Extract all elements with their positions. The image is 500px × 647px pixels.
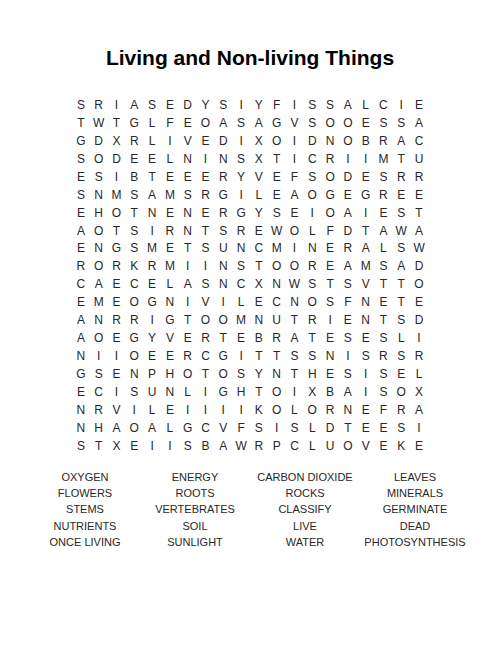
grid-cell[interactable]: S — [179, 437, 197, 455]
grid-cell[interactable]: W — [410, 240, 428, 258]
grid-cell[interactable]: E — [375, 437, 393, 455]
grid-cell[interactable]: T — [125, 204, 143, 222]
grid-cell[interactable]: C — [232, 275, 250, 293]
grid-cell[interactable]: N — [339, 401, 357, 419]
grid-cell[interactable]: R — [410, 168, 428, 186]
grid-cell[interactable]: L — [303, 437, 321, 455]
grid-cell[interactable]: N — [72, 401, 90, 419]
grid-cell[interactable]: N — [321, 132, 339, 150]
grid-cell[interactable]: R — [321, 401, 339, 419]
grid-cell[interactable]: F — [321, 222, 339, 240]
grid-cell[interactable]: T — [339, 419, 357, 437]
grid-cell[interactable]: R — [392, 401, 410, 419]
grid-cell[interactable]: I — [179, 257, 197, 275]
grid-cell[interactable]: G — [161, 311, 179, 329]
grid-cell[interactable]: T — [143, 168, 161, 186]
grid-cell[interactable]: I — [179, 293, 197, 311]
grid-cell[interactable]: N — [125, 365, 143, 383]
grid-cell[interactable]: E — [179, 329, 197, 347]
grid-cell[interactable]: I — [286, 132, 304, 150]
grid-cell[interactable]: I — [286, 240, 304, 258]
grid-cell[interactable]: N — [357, 311, 375, 329]
grid-cell[interactable]: N — [214, 275, 232, 293]
grid-cell[interactable]: A — [143, 419, 161, 437]
grid-cell[interactable]: S — [375, 365, 393, 383]
grid-cell[interactable]: T — [108, 114, 126, 132]
grid-cell[interactable]: T — [72, 114, 90, 132]
grid-cell[interactable]: O — [197, 311, 215, 329]
grid-cell[interactable]: R — [90, 401, 108, 419]
grid-cell[interactable]: E — [143, 347, 161, 365]
grid-cell[interactable]: B — [197, 437, 215, 455]
grid-cell[interactable]: A — [250, 114, 268, 132]
grid-cell[interactable]: E — [357, 168, 375, 186]
grid-cell[interactable]: R — [375, 186, 393, 204]
grid-cell[interactable]: O — [268, 383, 286, 401]
grid-cell[interactable]: E — [143, 150, 161, 168]
grid-cell[interactable]: E — [375, 419, 393, 437]
grid-cell[interactable]: T — [250, 257, 268, 275]
grid-cell[interactable]: S — [375, 114, 393, 132]
grid-cell[interactable]: E — [321, 240, 339, 258]
grid-cell[interactable]: Y — [250, 204, 268, 222]
grid-cell[interactable]: C — [375, 96, 393, 114]
grid-cell[interactable]: I — [179, 401, 197, 419]
grid-cell[interactable]: D — [214, 132, 232, 150]
grid-cell[interactable]: C — [410, 132, 428, 150]
grid-cell[interactable]: M — [375, 150, 393, 168]
grid-cell[interactable]: Y — [197, 96, 215, 114]
grid-cell[interactable]: A — [90, 275, 108, 293]
grid-cell[interactable]: B — [321, 383, 339, 401]
grid-cell[interactable]: G — [179, 419, 197, 437]
grid-cell[interactable]: K — [392, 437, 410, 455]
grid-cell[interactable]: I — [108, 347, 126, 365]
grid-cell[interactable]: S — [125, 383, 143, 401]
grid-cell[interactable]: L — [161, 150, 179, 168]
grid-cell[interactable]: S — [375, 383, 393, 401]
grid-cell[interactable]: N — [179, 222, 197, 240]
grid-cell[interactable]: X — [410, 383, 428, 401]
grid-cell[interactable]: L — [303, 222, 321, 240]
grid-cell[interactable]: I — [197, 150, 215, 168]
grid-cell[interactable]: T — [392, 150, 410, 168]
grid-cell[interactable]: E — [108, 329, 126, 347]
grid-cell[interactable]: O — [125, 293, 143, 311]
grid-cell[interactable]: S — [339, 329, 357, 347]
grid-cell[interactable]: S — [339, 275, 357, 293]
grid-cell[interactable]: X — [250, 150, 268, 168]
grid-cell[interactable]: D — [410, 311, 428, 329]
grid-cell[interactable]: U — [214, 240, 232, 258]
grid-cell[interactable]: E — [268, 186, 286, 204]
grid-cell[interactable]: S — [72, 96, 90, 114]
grid-cell[interactable]: I — [232, 186, 250, 204]
grid-cell[interactable]: O — [339, 114, 357, 132]
grid-cell[interactable]: E — [410, 96, 428, 114]
grid-cell[interactable]: A — [108, 419, 126, 437]
grid-cell[interactable]: S — [375, 257, 393, 275]
grid-cell[interactable]: R — [339, 240, 357, 258]
grid-cell[interactable]: G — [357, 186, 375, 204]
grid-cell[interactable]: V — [108, 401, 126, 419]
grid-cell[interactable]: A — [214, 114, 232, 132]
grid-cell[interactable]: O — [286, 222, 304, 240]
grid-cell[interactable]: N — [179, 150, 197, 168]
grid-cell[interactable]: T — [268, 150, 286, 168]
grid-cell[interactable]: R — [232, 222, 250, 240]
grid-cell[interactable]: I — [214, 293, 232, 311]
grid-cell[interactable]: I — [357, 150, 375, 168]
grid-cell[interactable]: I — [232, 96, 250, 114]
grid-cell[interactable]: E — [321, 365, 339, 383]
grid-cell[interactable]: T — [268, 347, 286, 365]
grid-cell[interactable]: R — [72, 257, 90, 275]
grid-cell[interactable]: N — [214, 257, 232, 275]
grid-cell[interactable]: C — [250, 240, 268, 258]
grid-cell[interactable]: S — [321, 96, 339, 114]
grid-cell[interactable]: E — [375, 204, 393, 222]
grid-cell[interactable]: T — [214, 329, 232, 347]
grid-cell[interactable]: T — [250, 383, 268, 401]
grid-cell[interactable]: K — [125, 257, 143, 275]
grid-cell[interactable]: S — [72, 437, 90, 455]
grid-cell[interactable]: C — [197, 419, 215, 437]
grid-cell[interactable]: R — [125, 132, 143, 150]
grid-cell[interactable]: E — [197, 132, 215, 150]
grid-cell[interactable]: L — [143, 132, 161, 150]
grid-cell[interactable]: F — [339, 293, 357, 311]
grid-cell[interactable]: W — [286, 275, 304, 293]
grid-cell[interactable]: L — [161, 419, 179, 437]
grid-cell[interactable]: W — [392, 222, 410, 240]
grid-cell[interactable]: N — [214, 150, 232, 168]
grid-cell[interactable]: I — [392, 96, 410, 114]
grid-cell[interactable]: V — [286, 114, 304, 132]
grid-cell[interactable]: S — [303, 347, 321, 365]
grid-cell[interactable]: O — [303, 293, 321, 311]
grid-cell[interactable]: I — [108, 168, 126, 186]
grid-cell[interactable]: N — [268, 365, 286, 383]
grid-cell[interactable]: R — [108, 311, 126, 329]
grid-cell[interactable]: T — [286, 365, 304, 383]
grid-cell[interactable]: T — [286, 311, 304, 329]
grid-cell[interactable]: A — [410, 222, 428, 240]
grid-cell[interactable]: R — [375, 347, 393, 365]
grid-cell[interactable]: A — [72, 311, 90, 329]
grid-cell[interactable]: A — [143, 186, 161, 204]
grid-cell[interactable]: R — [179, 347, 197, 365]
grid-cell[interactable]: E — [321, 257, 339, 275]
grid-cell[interactable]: N — [90, 240, 108, 258]
grid-cell[interactable]: S — [214, 96, 232, 114]
grid-cell[interactable]: E — [357, 329, 375, 347]
grid-cell[interactable]: O — [321, 204, 339, 222]
grid-cell[interactable]: S — [286, 347, 304, 365]
grid-cell[interactable]: C — [72, 275, 90, 293]
grid-cell[interactable]: M — [268, 240, 286, 258]
grid-cell[interactable]: N — [161, 293, 179, 311]
grid-cell[interactable]: A — [339, 257, 357, 275]
grid-cell[interactable]: V — [197, 293, 215, 311]
grid-cell[interactable]: L — [143, 114, 161, 132]
grid-cell[interactable]: N — [250, 311, 268, 329]
grid-cell[interactable]: R — [303, 311, 321, 329]
grid-cell[interactable]: T — [410, 204, 428, 222]
grid-cell[interactable]: O — [90, 150, 108, 168]
grid-cell[interactable]: Y — [250, 365, 268, 383]
grid-cell[interactable]: S — [303, 168, 321, 186]
grid-cell[interactable]: A — [72, 222, 90, 240]
grid-cell[interactable]: X — [108, 132, 126, 150]
grid-cell[interactable]: Y — [143, 329, 161, 347]
grid-cell[interactable]: B — [250, 329, 268, 347]
grid-cell[interactable]: S — [125, 222, 143, 240]
grid-cell[interactable]: O — [197, 114, 215, 132]
grid-cell[interactable]: I — [108, 383, 126, 401]
grid-cell[interactable]: L — [232, 293, 250, 311]
grid-cell[interactable]: N — [143, 204, 161, 222]
grid-cell[interactable]: R — [410, 347, 428, 365]
grid-cell[interactable]: S — [197, 240, 215, 258]
grid-cell[interactable]: A — [339, 383, 357, 401]
grid-cell[interactable]: R — [214, 168, 232, 186]
grid-cell[interactable]: I — [339, 347, 357, 365]
grid-cell[interactable]: A — [339, 204, 357, 222]
grid-cell[interactable]: S — [232, 114, 250, 132]
grid-cell[interactable]: D — [339, 222, 357, 240]
grid-cell[interactable]: S — [392, 240, 410, 258]
grid-cell[interactable]: R — [268, 329, 286, 347]
grid-cell[interactable]: R — [125, 311, 143, 329]
grid-cell[interactable]: O — [125, 419, 143, 437]
grid-cell[interactable]: T — [392, 293, 410, 311]
grid-cell[interactable]: O — [303, 401, 321, 419]
grid-cell[interactable]: E — [250, 222, 268, 240]
grid-cell[interactable]: E — [250, 293, 268, 311]
grid-cell[interactable]: C — [268, 293, 286, 311]
grid-cell[interactable]: S — [339, 365, 357, 383]
grid-cell[interactable]: I — [143, 311, 161, 329]
grid-cell[interactable]: T — [321, 275, 339, 293]
grid-cell[interactable]: E — [143, 275, 161, 293]
grid-cell[interactable]: R — [143, 257, 161, 275]
grid-cell[interactable]: R — [321, 150, 339, 168]
grid-cell[interactable]: I — [90, 347, 108, 365]
grid-cell[interactable]: I — [143, 222, 161, 240]
grid-cell[interactable]: L — [303, 419, 321, 437]
grid-cell[interactable]: S — [392, 114, 410, 132]
grid-cell[interactable]: G — [214, 383, 232, 401]
grid-cell[interactable]: N — [321, 347, 339, 365]
grid-cell[interactable]: U — [410, 150, 428, 168]
grid-cell[interactable]: O — [214, 365, 232, 383]
grid-cell[interactable]: O — [286, 257, 304, 275]
grid-cell[interactable]: O — [90, 329, 108, 347]
grid-cell[interactable]: S — [232, 257, 250, 275]
grid-cell[interactable]: M — [143, 240, 161, 258]
grid-cell[interactable]: A — [410, 114, 428, 132]
grid-cell[interactable]: S — [303, 275, 321, 293]
grid-cell[interactable]: F — [161, 114, 179, 132]
grid-cell[interactable]: R — [375, 132, 393, 150]
grid-cell[interactable]: N — [268, 275, 286, 293]
grid-cell[interactable]: E — [375, 293, 393, 311]
grid-cell[interactable]: Y — [250, 96, 268, 114]
grid-cell[interactable]: H — [161, 365, 179, 383]
grid-cell[interactable]: O — [268, 257, 286, 275]
grid-cell[interactable]: S — [392, 311, 410, 329]
grid-cell[interactable]: V — [179, 132, 197, 150]
grid-cell[interactable]: S — [392, 419, 410, 437]
grid-cell[interactable]: S — [392, 347, 410, 365]
grid-cell[interactable]: O — [268, 401, 286, 419]
grid-cell[interactable]: M — [357, 257, 375, 275]
grid-cell[interactable]: N — [72, 419, 90, 437]
grid-cell[interactable]: E — [72, 168, 90, 186]
grid-cell[interactable]: E — [161, 204, 179, 222]
grid-cell[interactable]: I — [197, 383, 215, 401]
grid-cell[interactable]: R — [90, 96, 108, 114]
grid-cell[interactable]: R — [250, 437, 268, 455]
grid-cell[interactable]: E — [410, 437, 428, 455]
grid-cell[interactable]: P — [268, 437, 286, 455]
grid-cell[interactable]: O — [339, 437, 357, 455]
grid-cell[interactable]: G — [321, 186, 339, 204]
grid-cell[interactable]: N — [161, 383, 179, 401]
grid-cell[interactable]: S — [375, 168, 393, 186]
grid-cell[interactable]: N — [357, 293, 375, 311]
grid-cell[interactable]: U — [321, 437, 339, 455]
grid-cell[interactable]: T — [303, 329, 321, 347]
grid-cell[interactable]: I — [357, 383, 375, 401]
grid-cell[interactable]: I — [303, 204, 321, 222]
grid-cell[interactable]: W — [268, 222, 286, 240]
grid-cell[interactable]: S — [303, 96, 321, 114]
grid-cell[interactable]: S — [375, 329, 393, 347]
grid-cell[interactable]: T — [375, 275, 393, 293]
grid-cell[interactable]: E — [161, 240, 179, 258]
grid-cell[interactable]: A — [125, 96, 143, 114]
grid-cell[interactable]: I — [410, 329, 428, 347]
grid-cell[interactable]: E — [72, 240, 90, 258]
grid-cell[interactable]: E — [357, 114, 375, 132]
grid-cell[interactable]: T — [250, 347, 268, 365]
grid-cell[interactable]: N — [303, 240, 321, 258]
grid-cell[interactable]: M — [161, 257, 179, 275]
grid-cell[interactable]: M — [108, 186, 126, 204]
grid-cell[interactable]: V — [214, 419, 232, 437]
grid-cell[interactable]: S — [232, 365, 250, 383]
grid-cell[interactable]: I — [125, 401, 143, 419]
grid-cell[interactable]: G — [108, 240, 126, 258]
grid-cell[interactable]: E — [197, 168, 215, 186]
grid-cell[interactable]: X — [250, 132, 268, 150]
grid-cell[interactable]: I — [286, 150, 304, 168]
grid-cell[interactable]: L — [392, 329, 410, 347]
grid-cell[interactable]: E — [339, 186, 357, 204]
grid-cell[interactable]: T — [392, 275, 410, 293]
grid-cell[interactable]: E — [392, 186, 410, 204]
grid-cell[interactable]: X — [303, 383, 321, 401]
grid-cell[interactable]: R — [197, 186, 215, 204]
grid-cell[interactable]: A — [392, 257, 410, 275]
grid-cell[interactable]: P — [143, 365, 161, 383]
grid-cell[interactable]: A — [357, 240, 375, 258]
grid-cell[interactable]: G — [125, 329, 143, 347]
grid-cell[interactable]: T — [357, 222, 375, 240]
grid-cell[interactable]: I — [161, 437, 179, 455]
grid-cell[interactable]: I — [232, 132, 250, 150]
grid-cell[interactable]: Y — [232, 168, 250, 186]
grid-cell[interactable]: G — [214, 186, 232, 204]
grid-cell[interactable]: F — [375, 401, 393, 419]
grid-cell[interactable]: E — [392, 365, 410, 383]
grid-cell[interactable]: T — [179, 240, 197, 258]
grid-cell[interactable]: K — [250, 401, 268, 419]
grid-cell[interactable]: H — [90, 419, 108, 437]
grid-cell[interactable]: I — [232, 401, 250, 419]
grid-cell[interactable]: A — [339, 96, 357, 114]
grid-cell[interactable]: S — [268, 204, 286, 222]
grid-cell[interactable]: E — [108, 275, 126, 293]
grid-cell[interactable]: F — [268, 96, 286, 114]
grid-cell[interactable]: G — [125, 114, 143, 132]
grid-cell[interactable]: A — [179, 275, 197, 293]
grid-cell[interactable]: O — [90, 222, 108, 240]
grid-cell[interactable]: L — [357, 96, 375, 114]
grid-cell[interactable]: H — [303, 365, 321, 383]
grid-cell[interactable]: G — [72, 365, 90, 383]
grid-cell[interactable]: E — [108, 293, 126, 311]
grid-cell[interactable]: I — [197, 257, 215, 275]
grid-cell[interactable]: G — [214, 347, 232, 365]
grid-cell[interactable]: F — [232, 419, 250, 437]
grid-cell[interactable]: T — [90, 437, 108, 455]
grid-cell[interactable]: U — [268, 311, 286, 329]
grid-cell[interactable]: B — [357, 132, 375, 150]
grid-cell[interactable]: S — [357, 347, 375, 365]
grid-cell[interactable]: D — [321, 419, 339, 437]
grid-cell[interactable]: S — [392, 204, 410, 222]
grid-cell[interactable]: T — [375, 311, 393, 329]
grid-cell[interactable]: C — [197, 347, 215, 365]
grid-cell[interactable]: E — [232, 329, 250, 347]
grid-cell[interactable]: S — [197, 275, 215, 293]
grid-cell[interactable]: I — [268, 419, 286, 437]
grid-cell[interactable]: R — [214, 204, 232, 222]
grid-cell[interactable]: E — [125, 150, 143, 168]
grid-cell[interactable]: O — [303, 186, 321, 204]
grid-cell[interactable]: E — [357, 419, 375, 437]
grid-cell[interactable]: E — [161, 347, 179, 365]
grid-cell[interactable]: D — [410, 257, 428, 275]
grid-cell[interactable]: M — [161, 186, 179, 204]
grid-cell[interactable]: N — [286, 293, 304, 311]
grid-cell[interactable]: G — [232, 204, 250, 222]
grid-cell[interactable]: E — [179, 168, 197, 186]
grid-cell[interactable]: O — [90, 257, 108, 275]
grid-cell[interactable]: O — [392, 383, 410, 401]
grid-cell[interactable]: S — [90, 168, 108, 186]
grid-cell[interactable]: I — [286, 383, 304, 401]
grid-cell[interactable]: S — [125, 240, 143, 258]
grid-cell[interactable]: E — [161, 168, 179, 186]
grid-cell[interactable]: S — [90, 365, 108, 383]
grid-cell[interactable]: R — [303, 257, 321, 275]
grid-cell[interactable]: I — [357, 365, 375, 383]
grid-cell[interactable]: S — [250, 419, 268, 437]
